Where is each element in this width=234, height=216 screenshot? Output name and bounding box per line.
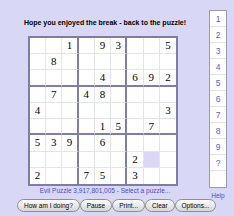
sudoku-cell[interactable] bbox=[46, 119, 62, 135]
sudoku-cell[interactable] bbox=[30, 87, 46, 103]
sudoku-cell[interactable]: 2 bbox=[160, 70, 176, 86]
keypad-key[interactable]: 1 bbox=[210, 11, 226, 27]
sudoku-cell[interactable] bbox=[144, 38, 160, 54]
sudoku-cell[interactable] bbox=[95, 103, 111, 119]
clear-button[interactable]: Clear bbox=[145, 199, 175, 212]
sudoku-cell[interactable] bbox=[127, 38, 143, 54]
sudoku-cell[interactable]: 8 bbox=[46, 54, 62, 70]
sudoku-cell[interactable] bbox=[79, 54, 95, 70]
sudoku-cell[interactable]: 3 bbox=[46, 135, 62, 151]
sudoku-cell[interactable]: 7 bbox=[144, 119, 160, 135]
sudoku-cell[interactable] bbox=[62, 119, 78, 135]
sudoku-cell[interactable] bbox=[127, 135, 143, 151]
keypad-key[interactable]: 8 bbox=[210, 123, 226, 139]
sudoku-cell[interactable] bbox=[62, 87, 78, 103]
puzzle-status: Evil Puzzle 3,917,801,005 - Select a puz… bbox=[8, 187, 202, 194]
sudoku-cell[interactable]: 4 bbox=[95, 70, 111, 86]
keypad-key[interactable]: 6 bbox=[210, 91, 226, 107]
sudoku-cell[interactable] bbox=[160, 87, 176, 103]
sudoku-cell[interactable] bbox=[95, 54, 111, 70]
sudoku-cell[interactable] bbox=[62, 103, 78, 119]
sudoku-cell[interactable]: 7 bbox=[79, 168, 95, 184]
sudoku-cell[interactable]: 7 bbox=[46, 87, 62, 103]
sudoku-cell[interactable]: 8 bbox=[95, 87, 111, 103]
sudoku-cell[interactable]: 1 bbox=[95, 119, 111, 135]
sudoku-cell[interactable] bbox=[79, 70, 95, 86]
sudoku-cell[interactable] bbox=[160, 168, 176, 184]
sudoku-cell[interactable] bbox=[46, 103, 62, 119]
options-button[interactable]: Options... bbox=[175, 199, 217, 212]
sudoku-cell[interactable]: 6 bbox=[127, 70, 143, 86]
sudoku-cell[interactable] bbox=[127, 119, 143, 135]
sudoku-cell[interactable] bbox=[160, 152, 176, 168]
keypad-key[interactable]: 4 bbox=[210, 59, 226, 75]
sudoku-cell[interactable] bbox=[144, 152, 160, 168]
sudoku-cell[interactable] bbox=[46, 70, 62, 86]
sudoku-cell[interactable] bbox=[160, 119, 176, 135]
sudoku-cell[interactable] bbox=[62, 70, 78, 86]
sudoku-cell[interactable] bbox=[46, 152, 62, 168]
sudoku-cell[interactable] bbox=[46, 168, 62, 184]
sudoku-cell[interactable] bbox=[95, 152, 111, 168]
sudoku-cell[interactable] bbox=[111, 70, 127, 86]
sudoku-cell[interactable]: 2 bbox=[30, 168, 46, 184]
sudoku-cell[interactable] bbox=[30, 70, 46, 86]
sudoku-cell[interactable] bbox=[160, 54, 176, 70]
sudoku-cell[interactable] bbox=[62, 54, 78, 70]
sudoku-cell[interactable]: 4 bbox=[30, 103, 46, 119]
keypad-key[interactable]: 5 bbox=[210, 75, 226, 91]
sudoku-cell[interactable] bbox=[30, 119, 46, 135]
sudoku-cell[interactable] bbox=[30, 38, 46, 54]
sudoku-cell[interactable] bbox=[111, 103, 127, 119]
sudoku-cell[interactable] bbox=[46, 38, 62, 54]
sudoku-cell[interactable]: 5 bbox=[160, 38, 176, 54]
sudoku-cell[interactable]: 3 bbox=[127, 168, 143, 184]
sudoku-cell[interactable] bbox=[144, 87, 160, 103]
keypad-key[interactable]: ? bbox=[210, 155, 226, 171]
select-puzzle-link[interactable]: Select a puzzle... bbox=[121, 187, 171, 194]
sudoku-cell[interactable] bbox=[79, 152, 95, 168]
sudoku-cell[interactable] bbox=[127, 103, 143, 119]
sudoku-cell[interactable] bbox=[111, 87, 127, 103]
sudoku-cell[interactable] bbox=[160, 135, 176, 151]
keypad-key[interactable]: 9 bbox=[210, 139, 226, 155]
sudoku-cell[interactable] bbox=[144, 103, 160, 119]
sudoku-cell[interactable]: 5 bbox=[95, 168, 111, 184]
keypad-blank bbox=[210, 171, 226, 187]
help-link[interactable]: Help bbox=[205, 192, 231, 199]
sudoku-cell[interactable] bbox=[127, 87, 143, 103]
how-am-i-doing-button[interactable]: How am I doing? bbox=[17, 199, 80, 212]
sudoku-cell[interactable]: 3 bbox=[160, 103, 176, 119]
print-button[interactable]: Print... bbox=[112, 199, 145, 212]
keypad-key[interactable]: 7 bbox=[210, 107, 226, 123]
pause-button[interactable]: Pause bbox=[80, 199, 112, 212]
sudoku-cell[interactable] bbox=[30, 152, 46, 168]
keypad-key[interactable]: 2 bbox=[210, 27, 226, 43]
sudoku-cell[interactable] bbox=[79, 135, 95, 151]
sudoku-cell[interactable] bbox=[111, 152, 127, 168]
puzzle-label: Evil Puzzle 3,917,801,005 - bbox=[40, 187, 119, 194]
digit-keypad: 123456789? bbox=[209, 10, 227, 188]
page-title: Hope you enjoyed the break - back to the… bbox=[8, 19, 202, 26]
sudoku-cell[interactable] bbox=[79, 119, 95, 135]
sudoku-cell[interactable] bbox=[30, 54, 46, 70]
sudoku-cell[interactable] bbox=[144, 168, 160, 184]
sudoku-cell[interactable] bbox=[62, 152, 78, 168]
toolbar: How am I doing? Pause Print... Clear Opt… bbox=[17, 199, 201, 212]
sudoku-cell[interactable]: 2 bbox=[127, 152, 143, 168]
sudoku-cell[interactable] bbox=[127, 54, 143, 70]
sudoku-cell[interactable]: 9 bbox=[62, 135, 78, 151]
keypad-key[interactable]: 3 bbox=[210, 43, 226, 59]
sudoku-cell[interactable]: 6 bbox=[95, 135, 111, 151]
sudoku-cell[interactable]: 3 bbox=[111, 38, 127, 54]
sudoku-cell[interactable] bbox=[144, 135, 160, 151]
sudoku-cell[interactable] bbox=[62, 168, 78, 184]
sudoku-cell[interactable]: 5 bbox=[30, 135, 46, 151]
sudoku-cell[interactable]: 5 bbox=[111, 119, 127, 135]
sudoku-cell[interactable] bbox=[79, 38, 95, 54]
sudoku-cell[interactable] bbox=[144, 54, 160, 70]
sudoku-cell[interactable]: 9 bbox=[95, 38, 111, 54]
sudoku-cell[interactable] bbox=[111, 54, 127, 70]
sudoku-cell[interactable] bbox=[79, 103, 95, 119]
sudoku-cell[interactable]: 9 bbox=[144, 70, 160, 86]
sudoku-board: 19358469274843157539622753 bbox=[28, 36, 178, 186]
sudoku-cell[interactable]: 1 bbox=[62, 38, 78, 54]
sudoku-cell[interactable] bbox=[111, 168, 127, 184]
sudoku-cell[interactable] bbox=[111, 135, 127, 151]
sudoku-cell[interactable]: 4 bbox=[79, 87, 95, 103]
